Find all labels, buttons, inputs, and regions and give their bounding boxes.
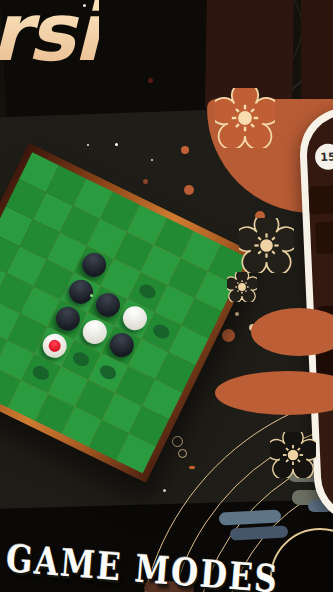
star-speck	[151, 159, 153, 161]
timer-value: 15	[320, 150, 333, 164]
star-speck	[87, 144, 89, 146]
sparkle-dot	[90, 294, 93, 297]
move-hint-dot	[151, 322, 172, 341]
move-hint-dot	[137, 282, 158, 301]
wave-curl	[172, 436, 183, 447]
wave-curl	[178, 449, 187, 458]
move-hint-dot	[30, 363, 51, 382]
last-move-marker	[47, 338, 63, 354]
flower-icon	[239, 218, 294, 273]
app-title-fragment: rsi	[0, 0, 99, 79]
star-speck	[115, 143, 118, 146]
move-hint-dot	[71, 350, 92, 369]
splatter-dot	[143, 179, 148, 184]
timer-badge: 15	[315, 143, 333, 170]
splatter-dot	[148, 78, 153, 83]
screen-stripe	[308, 181, 333, 215]
splatter-dot	[184, 185, 194, 195]
flower-icon	[270, 432, 316, 478]
star-speck	[163, 489, 166, 492]
flower-icon	[215, 88, 275, 148]
screen-stripe	[315, 217, 333, 254]
splatter-dot	[235, 312, 239, 316]
splatter-dot	[222, 329, 235, 342]
promo-screenshot: 15	[0, 0, 333, 592]
splatter-dot	[189, 466, 195, 469]
move-hint-dot	[97, 363, 118, 382]
splatter-dot	[181, 146, 189, 154]
flower-icon	[227, 272, 257, 302]
